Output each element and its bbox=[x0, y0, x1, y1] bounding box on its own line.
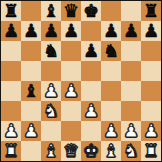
square-e8[interactable]: ♚ bbox=[81, 1, 101, 21]
white-pawn: ♟ bbox=[43, 81, 59, 101]
square-a4[interactable] bbox=[1, 81, 21, 101]
black-knight: ♞ bbox=[103, 41, 119, 61]
white-rook: ♜ bbox=[3, 141, 19, 161]
black-pawn: ♟ bbox=[83, 41, 99, 61]
white-knight: ♞ bbox=[43, 101, 59, 121]
square-a7[interactable]: ♟ bbox=[1, 21, 21, 41]
white-pawn: ♟ bbox=[143, 121, 159, 141]
square-d4[interactable]: ♟ bbox=[61, 81, 81, 101]
white-pawn: ♟ bbox=[123, 121, 139, 141]
square-b3[interactable] bbox=[21, 101, 41, 121]
black-king: ♚ bbox=[83, 1, 99, 21]
square-h7[interactable]: ♟ bbox=[141, 21, 161, 41]
square-d6[interactable] bbox=[61, 41, 81, 61]
square-e3[interactable]: ♟ bbox=[81, 101, 101, 121]
square-g8[interactable] bbox=[121, 1, 141, 21]
square-f2[interactable]: ♟ bbox=[101, 121, 121, 141]
chess-board: ♜♝♛♚♜♟♟♟♟♟♟♟♞♟♞♝♟♟♞♟♟♟♟♟♟♜♝♛♚♝♞♜ bbox=[0, 0, 162, 162]
square-a2[interactable]: ♟ bbox=[1, 121, 21, 141]
white-pawn: ♟ bbox=[103, 121, 119, 141]
black-pawn: ♟ bbox=[63, 21, 79, 41]
square-g3[interactable] bbox=[121, 101, 141, 121]
square-h1[interactable]: ♜ bbox=[141, 141, 161, 161]
square-e1[interactable]: ♚ bbox=[81, 141, 101, 161]
square-b2[interactable]: ♟ bbox=[21, 121, 41, 141]
black-pawn: ♟ bbox=[43, 21, 59, 41]
square-h8[interactable]: ♜ bbox=[141, 1, 161, 21]
square-b4[interactable]: ♝ bbox=[21, 81, 41, 101]
square-h6[interactable] bbox=[141, 41, 161, 61]
square-c4[interactable]: ♟ bbox=[41, 81, 61, 101]
square-f8[interactable] bbox=[101, 1, 121, 21]
square-b5[interactable] bbox=[21, 61, 41, 81]
square-f3[interactable] bbox=[101, 101, 121, 121]
square-d5[interactable] bbox=[61, 61, 81, 81]
square-h5[interactable] bbox=[141, 61, 161, 81]
square-f1[interactable]: ♝ bbox=[101, 141, 121, 161]
white-pawn: ♟ bbox=[3, 121, 19, 141]
black-pawn: ♟ bbox=[3, 21, 19, 41]
square-h2[interactable]: ♟ bbox=[141, 121, 161, 141]
square-b6[interactable] bbox=[21, 41, 41, 61]
chess-board-screenshot: ♜♝♛♚♜♟♟♟♟♟♟♟♞♟♞♝♟♟♞♟♟♟♟♟♟♜♝♛♚♝♞♜ bbox=[0, 0, 162, 162]
black-pawn: ♟ bbox=[143, 21, 159, 41]
square-c1[interactable]: ♝ bbox=[41, 141, 61, 161]
square-f5[interactable] bbox=[101, 61, 121, 81]
square-f6[interactable]: ♞ bbox=[101, 41, 121, 61]
square-a3[interactable] bbox=[1, 101, 21, 121]
square-h4[interactable] bbox=[141, 81, 161, 101]
square-e2[interactable] bbox=[81, 121, 101, 141]
white-king: ♚ bbox=[83, 141, 99, 161]
square-g2[interactable]: ♟ bbox=[121, 121, 141, 141]
black-pawn: ♟ bbox=[103, 21, 119, 41]
square-g7[interactable]: ♟ bbox=[121, 21, 141, 41]
square-e7[interactable] bbox=[81, 21, 101, 41]
black-queen: ♛ bbox=[63, 1, 79, 21]
square-b7[interactable]: ♟ bbox=[21, 21, 41, 41]
square-c3[interactable]: ♞ bbox=[41, 101, 61, 121]
black-rook: ♜ bbox=[143, 1, 159, 21]
white-knight: ♞ bbox=[123, 141, 139, 161]
black-pawn: ♟ bbox=[23, 21, 39, 41]
square-c7[interactable]: ♟ bbox=[41, 21, 61, 41]
white-bishop: ♝ bbox=[43, 141, 59, 161]
square-h3[interactable] bbox=[141, 101, 161, 121]
square-g5[interactable] bbox=[121, 61, 141, 81]
white-pawn: ♟ bbox=[83, 101, 99, 121]
white-pawn: ♟ bbox=[23, 121, 39, 141]
square-f7[interactable]: ♟ bbox=[101, 21, 121, 41]
square-e4[interactable] bbox=[81, 81, 101, 101]
square-d8[interactable]: ♛ bbox=[61, 1, 81, 21]
square-c6[interactable]: ♞ bbox=[41, 41, 61, 61]
black-bishop: ♝ bbox=[23, 81, 39, 101]
white-queen: ♛ bbox=[63, 141, 79, 161]
square-c8[interactable]: ♝ bbox=[41, 1, 61, 21]
black-rook: ♜ bbox=[3, 1, 19, 21]
square-a5[interactable] bbox=[1, 61, 21, 81]
square-b1[interactable] bbox=[21, 141, 41, 161]
black-knight: ♞ bbox=[43, 41, 59, 61]
square-a8[interactable]: ♜ bbox=[1, 1, 21, 21]
square-f4[interactable] bbox=[101, 81, 121, 101]
square-a1[interactable]: ♜ bbox=[1, 141, 21, 161]
black-bishop: ♝ bbox=[43, 1, 59, 21]
square-c5[interactable] bbox=[41, 61, 61, 81]
square-e5[interactable] bbox=[81, 61, 101, 81]
square-g4[interactable] bbox=[121, 81, 141, 101]
black-pawn: ♟ bbox=[123, 21, 139, 41]
white-rook: ♜ bbox=[143, 141, 159, 161]
square-a6[interactable] bbox=[1, 41, 21, 61]
square-e6[interactable]: ♟ bbox=[81, 41, 101, 61]
square-d3[interactable] bbox=[61, 101, 81, 121]
square-d7[interactable]: ♟ bbox=[61, 21, 81, 41]
square-g6[interactable] bbox=[121, 41, 141, 61]
white-pawn: ♟ bbox=[63, 81, 79, 101]
square-d1[interactable]: ♛ bbox=[61, 141, 81, 161]
square-g1[interactable]: ♞ bbox=[121, 141, 141, 161]
square-d2[interactable] bbox=[61, 121, 81, 141]
square-b8[interactable] bbox=[21, 1, 41, 21]
square-c2[interactable] bbox=[41, 121, 61, 141]
white-bishop: ♝ bbox=[103, 141, 119, 161]
